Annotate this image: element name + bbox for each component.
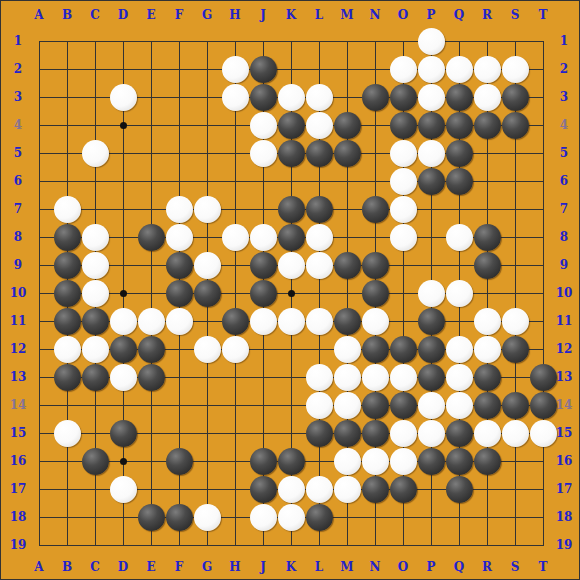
intersection-C4[interactable] [81,111,109,139]
intersection-O5[interactable] [389,139,417,167]
intersection-D11[interactable] [109,307,137,335]
intersection-C7[interactable] [81,195,109,223]
intersection-G10[interactable] [193,279,221,307]
intersection-S1[interactable] [501,27,529,55]
intersection-K4[interactable] [277,111,305,139]
intersection-S8[interactable] [501,223,529,251]
intersection-J6[interactable] [249,167,277,195]
intersection-D4[interactable] [109,111,137,139]
intersection-P12[interactable] [417,335,445,363]
intersection-M11[interactable] [333,307,361,335]
intersection-T16[interactable] [529,447,557,475]
intersection-T13[interactable] [529,363,557,391]
intersection-F3[interactable] [165,83,193,111]
intersection-D17[interactable] [109,475,137,503]
intersection-J11[interactable] [249,307,277,335]
intersection-G18[interactable] [193,503,221,531]
intersection-D15[interactable] [109,419,137,447]
intersection-E1[interactable] [137,27,165,55]
intersection-O7[interactable] [389,195,417,223]
intersection-K6[interactable] [277,167,305,195]
intersection-E11[interactable] [137,307,165,335]
intersection-G17[interactable] [193,475,221,503]
intersection-J13[interactable] [249,363,277,391]
intersection-N13[interactable] [361,363,389,391]
intersection-L15[interactable] [305,419,333,447]
intersection-Q2[interactable] [445,55,473,83]
intersection-S17[interactable] [501,475,529,503]
intersection-P2[interactable] [417,55,445,83]
intersection-D19[interactable] [109,531,137,559]
intersection-G19[interactable] [193,531,221,559]
intersection-N10[interactable] [361,279,389,307]
intersection-G12[interactable] [193,335,221,363]
intersection-N19[interactable] [361,531,389,559]
intersection-P14[interactable] [417,391,445,419]
intersection-L18[interactable] [305,503,333,531]
intersection-P19[interactable] [417,531,445,559]
intersection-S19[interactable] [501,531,529,559]
intersection-N7[interactable] [361,195,389,223]
intersection-F10[interactable] [165,279,193,307]
intersection-L14[interactable] [305,391,333,419]
intersection-R10[interactable] [473,279,501,307]
intersection-M15[interactable] [333,419,361,447]
intersection-T14[interactable] [529,391,557,419]
intersection-H15[interactable] [221,419,249,447]
intersection-P13[interactable] [417,363,445,391]
intersection-A1[interactable] [25,27,53,55]
intersection-R15[interactable] [473,419,501,447]
intersection-E5[interactable] [137,139,165,167]
intersection-Q11[interactable] [445,307,473,335]
intersection-P11[interactable] [417,307,445,335]
intersection-K10[interactable] [277,279,305,307]
intersection-J19[interactable] [249,531,277,559]
intersection-B8[interactable] [53,223,81,251]
intersection-D18[interactable] [109,503,137,531]
intersection-M3[interactable] [333,83,361,111]
intersection-T12[interactable] [529,335,557,363]
intersection-S3[interactable] [501,83,529,111]
intersection-L8[interactable] [305,223,333,251]
intersection-C19[interactable] [81,531,109,559]
intersection-M9[interactable] [333,251,361,279]
intersection-M7[interactable] [333,195,361,223]
intersection-J1[interactable] [249,27,277,55]
intersection-M18[interactable] [333,503,361,531]
intersection-L5[interactable] [305,139,333,167]
intersection-E19[interactable] [137,531,165,559]
intersection-N14[interactable] [361,391,389,419]
intersection-D12[interactable] [109,335,137,363]
intersection-M1[interactable] [333,27,361,55]
intersection-K11[interactable] [277,307,305,335]
intersection-L6[interactable] [305,167,333,195]
intersection-K8[interactable] [277,223,305,251]
intersection-T5[interactable] [529,139,557,167]
intersection-L1[interactable] [305,27,333,55]
intersection-Q6[interactable] [445,167,473,195]
intersection-P9[interactable] [417,251,445,279]
intersection-R9[interactable] [473,251,501,279]
intersection-C16[interactable] [81,447,109,475]
intersection-A18[interactable] [25,503,53,531]
intersection-C18[interactable] [81,503,109,531]
intersection-J2[interactable] [249,55,277,83]
intersection-C9[interactable] [81,251,109,279]
intersection-C11[interactable] [81,307,109,335]
intersection-D5[interactable] [109,139,137,167]
intersection-E15[interactable] [137,419,165,447]
intersection-E18[interactable] [137,503,165,531]
intersection-T10[interactable] [529,279,557,307]
intersection-R11[interactable] [473,307,501,335]
intersection-K17[interactable] [277,475,305,503]
intersection-O14[interactable] [389,391,417,419]
intersection-P18[interactable] [417,503,445,531]
intersection-E10[interactable] [137,279,165,307]
intersection-R12[interactable] [473,335,501,363]
intersection-P6[interactable] [417,167,445,195]
intersection-P3[interactable] [417,83,445,111]
intersection-J8[interactable] [249,223,277,251]
intersection-M2[interactable] [333,55,361,83]
intersection-Q8[interactable] [445,223,473,251]
intersection-A14[interactable] [25,391,53,419]
intersection-O9[interactable] [389,251,417,279]
intersection-E14[interactable] [137,391,165,419]
intersection-H3[interactable] [221,83,249,111]
intersection-L4[interactable] [305,111,333,139]
intersection-J5[interactable] [249,139,277,167]
intersection-S4[interactable] [501,111,529,139]
intersection-K19[interactable] [277,531,305,559]
intersection-B10[interactable] [53,279,81,307]
intersection-F1[interactable] [165,27,193,55]
intersection-A7[interactable] [25,195,53,223]
intersection-G2[interactable] [193,55,221,83]
intersection-E2[interactable] [137,55,165,83]
intersection-O13[interactable] [389,363,417,391]
intersection-T4[interactable] [529,111,557,139]
intersection-R8[interactable] [473,223,501,251]
intersection-H12[interactable] [221,335,249,363]
intersection-A13[interactable] [25,363,53,391]
intersection-H8[interactable] [221,223,249,251]
intersection-L7[interactable] [305,195,333,223]
intersection-H2[interactable] [221,55,249,83]
intersection-H7[interactable] [221,195,249,223]
intersection-B17[interactable] [53,475,81,503]
intersection-J17[interactable] [249,475,277,503]
intersection-T8[interactable] [529,223,557,251]
intersection-F11[interactable] [165,307,193,335]
intersection-G6[interactable] [193,167,221,195]
intersection-H13[interactable] [221,363,249,391]
intersection-Q5[interactable] [445,139,473,167]
intersection-Q9[interactable] [445,251,473,279]
intersection-T11[interactable] [529,307,557,335]
intersection-L16[interactable] [305,447,333,475]
intersection-B6[interactable] [53,167,81,195]
intersection-S5[interactable] [501,139,529,167]
intersection-D8[interactable] [109,223,137,251]
intersection-G14[interactable] [193,391,221,419]
intersection-J7[interactable] [249,195,277,223]
intersection-Q10[interactable] [445,279,473,307]
intersection-Q1[interactable] [445,27,473,55]
intersection-J9[interactable] [249,251,277,279]
intersection-M8[interactable] [333,223,361,251]
intersection-J3[interactable] [249,83,277,111]
intersection-S16[interactable] [501,447,529,475]
intersection-R5[interactable] [473,139,501,167]
intersection-F17[interactable] [165,475,193,503]
intersection-A10[interactable] [25,279,53,307]
intersection-M19[interactable] [333,531,361,559]
intersection-G16[interactable] [193,447,221,475]
intersection-Q19[interactable] [445,531,473,559]
intersection-T18[interactable] [529,503,557,531]
intersection-J4[interactable] [249,111,277,139]
intersection-H10[interactable] [221,279,249,307]
intersection-P8[interactable] [417,223,445,251]
intersection-M6[interactable] [333,167,361,195]
intersection-B4[interactable] [53,111,81,139]
intersection-O4[interactable] [389,111,417,139]
intersection-C10[interactable] [81,279,109,307]
intersection-B13[interactable] [53,363,81,391]
intersection-M12[interactable] [333,335,361,363]
intersection-E8[interactable] [137,223,165,251]
intersection-R6[interactable] [473,167,501,195]
intersection-K2[interactable] [277,55,305,83]
intersection-K18[interactable] [277,503,305,531]
intersection-C3[interactable] [81,83,109,111]
intersection-F18[interactable] [165,503,193,531]
intersection-D10[interactable] [109,279,137,307]
intersection-O8[interactable] [389,223,417,251]
intersection-T9[interactable] [529,251,557,279]
intersection-S12[interactable] [501,335,529,363]
intersection-O6[interactable] [389,167,417,195]
intersection-R13[interactable] [473,363,501,391]
intersection-Q7[interactable] [445,195,473,223]
intersection-R17[interactable] [473,475,501,503]
intersection-S7[interactable] [501,195,529,223]
intersection-G11[interactable] [193,307,221,335]
intersection-L10[interactable] [305,279,333,307]
intersection-A4[interactable] [25,111,53,139]
intersection-A2[interactable] [25,55,53,83]
intersection-C13[interactable] [81,363,109,391]
intersection-S18[interactable] [501,503,529,531]
intersection-H6[interactable] [221,167,249,195]
intersection-M14[interactable] [333,391,361,419]
intersection-N6[interactable] [361,167,389,195]
intersection-P1[interactable] [417,27,445,55]
intersection-G8[interactable] [193,223,221,251]
intersection-O12[interactable] [389,335,417,363]
intersection-J15[interactable] [249,419,277,447]
intersection-Q17[interactable] [445,475,473,503]
intersection-M10[interactable] [333,279,361,307]
intersection-N2[interactable] [361,55,389,83]
intersection-E6[interactable] [137,167,165,195]
intersection-B18[interactable] [53,503,81,531]
intersection-C17[interactable] [81,475,109,503]
intersection-F16[interactable] [165,447,193,475]
intersection-D1[interactable] [109,27,137,55]
intersection-D9[interactable] [109,251,137,279]
intersection-K16[interactable] [277,447,305,475]
intersection-H16[interactable] [221,447,249,475]
intersection-P15[interactable] [417,419,445,447]
intersection-E3[interactable] [137,83,165,111]
intersection-S6[interactable] [501,167,529,195]
intersection-E17[interactable] [137,475,165,503]
intersection-F13[interactable] [165,363,193,391]
intersection-T7[interactable] [529,195,557,223]
intersection-F7[interactable] [165,195,193,223]
intersection-L11[interactable] [305,307,333,335]
intersection-P7[interactable] [417,195,445,223]
intersection-G13[interactable] [193,363,221,391]
intersection-K3[interactable] [277,83,305,111]
intersection-K5[interactable] [277,139,305,167]
intersection-L17[interactable] [305,475,333,503]
intersection-P16[interactable] [417,447,445,475]
intersection-A3[interactable] [25,83,53,111]
intersection-B14[interactable] [53,391,81,419]
intersection-C15[interactable] [81,419,109,447]
intersection-C6[interactable] [81,167,109,195]
intersection-B16[interactable] [53,447,81,475]
intersection-K13[interactable] [277,363,305,391]
intersection-O2[interactable] [389,55,417,83]
intersection-E4[interactable] [137,111,165,139]
intersection-H9[interactable] [221,251,249,279]
intersection-R2[interactable] [473,55,501,83]
intersection-N3[interactable] [361,83,389,111]
intersection-N15[interactable] [361,419,389,447]
intersection-N11[interactable] [361,307,389,335]
intersection-F9[interactable] [165,251,193,279]
intersection-N5[interactable] [361,139,389,167]
intersection-S11[interactable] [501,307,529,335]
intersection-J18[interactable] [249,503,277,531]
intersection-B5[interactable] [53,139,81,167]
intersection-B3[interactable] [53,83,81,111]
intersection-F2[interactable] [165,55,193,83]
intersection-T19[interactable] [529,531,557,559]
intersection-O1[interactable] [389,27,417,55]
intersection-D3[interactable] [109,83,137,111]
intersection-D13[interactable] [109,363,137,391]
intersection-D2[interactable] [109,55,137,83]
intersection-K1[interactable] [277,27,305,55]
intersection-A6[interactable] [25,167,53,195]
intersection-G7[interactable] [193,195,221,223]
intersection-Q3[interactable] [445,83,473,111]
intersection-B11[interactable] [53,307,81,335]
intersection-G4[interactable] [193,111,221,139]
intersection-E7[interactable] [137,195,165,223]
intersection-G9[interactable] [193,251,221,279]
intersection-A15[interactable] [25,419,53,447]
intersection-Q4[interactable] [445,111,473,139]
intersection-L12[interactable] [305,335,333,363]
intersection-Q14[interactable] [445,391,473,419]
intersection-L2[interactable] [305,55,333,83]
intersection-E13[interactable] [137,363,165,391]
intersection-T2[interactable] [529,55,557,83]
intersection-A9[interactable] [25,251,53,279]
intersection-H18[interactable] [221,503,249,531]
intersection-C8[interactable] [81,223,109,251]
intersection-J12[interactable] [249,335,277,363]
intersection-N1[interactable] [361,27,389,55]
intersection-C14[interactable] [81,391,109,419]
intersection-S2[interactable] [501,55,529,83]
intersection-B2[interactable] [53,55,81,83]
intersection-K14[interactable] [277,391,305,419]
intersection-F15[interactable] [165,419,193,447]
intersection-N16[interactable] [361,447,389,475]
intersection-H19[interactable] [221,531,249,559]
intersection-B15[interactable] [53,419,81,447]
intersection-G1[interactable] [193,27,221,55]
intersection-M16[interactable] [333,447,361,475]
intersection-N8[interactable] [361,223,389,251]
intersection-B19[interactable] [53,531,81,559]
intersection-Q16[interactable] [445,447,473,475]
intersection-P17[interactable] [417,475,445,503]
intersection-A19[interactable] [25,531,53,559]
intersection-N17[interactable] [361,475,389,503]
intersection-Q15[interactable] [445,419,473,447]
intersection-J10[interactable] [249,279,277,307]
intersection-F19[interactable] [165,531,193,559]
intersection-D6[interactable] [109,167,137,195]
intersection-L9[interactable] [305,251,333,279]
intersection-H11[interactable] [221,307,249,335]
intersection-L13[interactable] [305,363,333,391]
intersection-O19[interactable] [389,531,417,559]
intersection-K12[interactable] [277,335,305,363]
intersection-T6[interactable] [529,167,557,195]
intersection-A8[interactable] [25,223,53,251]
intersection-S10[interactable] [501,279,529,307]
intersection-N12[interactable] [361,335,389,363]
intersection-K15[interactable] [277,419,305,447]
intersection-L19[interactable] [305,531,333,559]
intersection-O11[interactable] [389,307,417,335]
intersection-S13[interactable] [501,363,529,391]
intersection-F12[interactable] [165,335,193,363]
intersection-R18[interactable] [473,503,501,531]
intersection-H1[interactable] [221,27,249,55]
intersection-B7[interactable] [53,195,81,223]
intersection-A5[interactable] [25,139,53,167]
intersection-M17[interactable] [333,475,361,503]
intersection-Q12[interactable] [445,335,473,363]
intersection-O10[interactable] [389,279,417,307]
intersection-S14[interactable] [501,391,529,419]
intersection-A11[interactable] [25,307,53,335]
intersection-J14[interactable] [249,391,277,419]
